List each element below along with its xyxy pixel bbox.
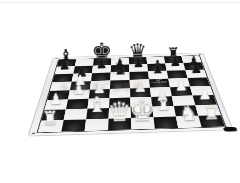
white-pawn: ♟ [129, 69, 150, 94]
white-rook: ♜ [200, 95, 224, 123]
corner-screw-icon [31, 133, 35, 135]
white-king: ♚ [130, 97, 154, 125]
black-pawn: ♟ [129, 47, 148, 70]
black-pawn: ♟ [92, 48, 111, 71]
chess-board: SPCHESS ♝♚♛♜♟♟♟♟♟♟♟♞♝♟♟♟♟♟♟♟♟♟♝♝♜♛♚♞♜ [27, 53, 233, 137]
black-bishop: ♝ [148, 53, 168, 77]
white-rook: ♜ [38, 100, 62, 128]
white-bishop: ♝ [86, 88, 109, 115]
black-knight: ♞ [110, 54, 130, 78]
photo-edge-line [0, 2, 240, 3]
pieces-layer: ♝♚♛♜♟♟♟♟♟♟♟♞♝♟♟♟♟♟♟♟♟♟♝♝♜♛♚♞♜ [38, 55, 225, 132]
black-pawn: ♟ [166, 45, 185, 68]
corner-foot [223, 127, 238, 132]
product-photo: { "game": "chess", "position": { "fen": … [0, 0, 240, 183]
white-knight: ♞ [177, 96, 201, 124]
